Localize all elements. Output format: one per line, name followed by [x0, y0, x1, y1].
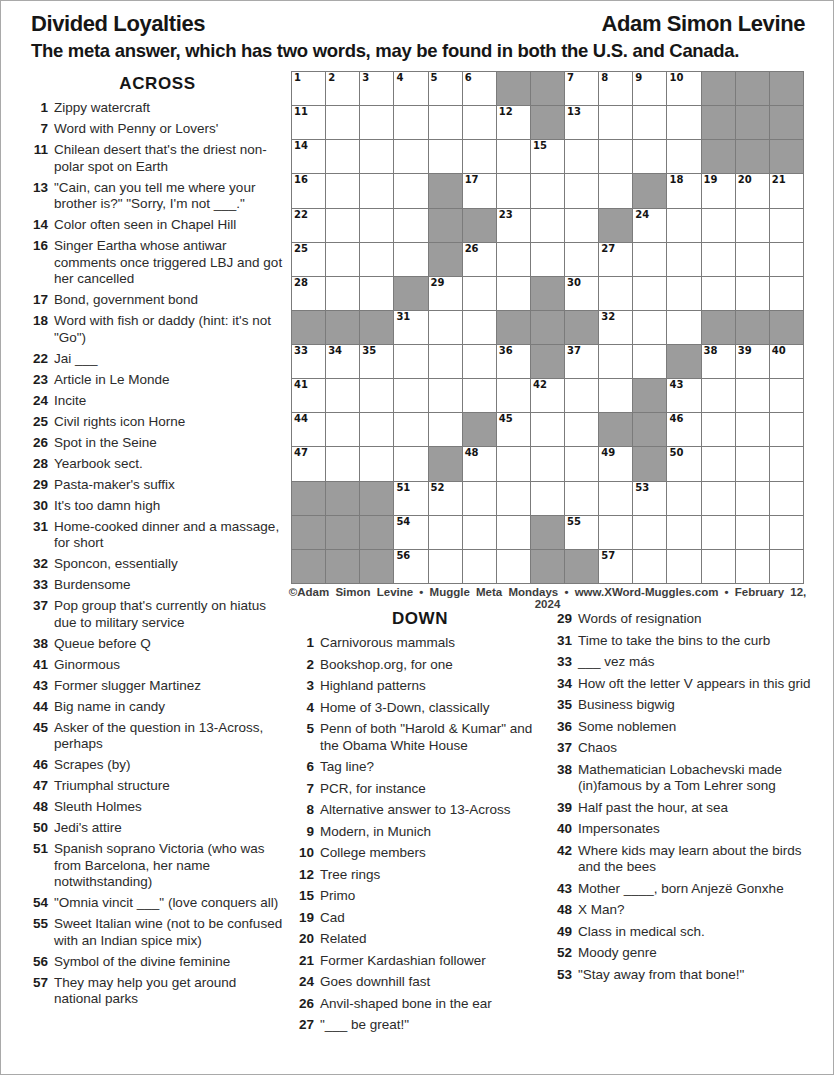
cell-r1c9[interactable]: 7	[565, 72, 598, 105]
cell-r14c14[interactable]	[736, 516, 769, 549]
cell-r4c1[interactable]: 16	[292, 174, 325, 207]
cell-r2c4[interactable]	[394, 106, 427, 139]
cell-r9c1[interactable]: 33	[292, 345, 325, 378]
clue-across-18: 18Word with fish or daddy (hint: it's no…	[29, 313, 286, 346]
across-section: ACROSS 1Zippy watercraft7Word with Penny…	[29, 74, 286, 1012]
cell-r10c8[interactable]: 42	[531, 379, 564, 412]
cell-number: 3	[362, 72, 369, 84]
cell-r6c1[interactable]: 25	[292, 243, 325, 276]
cell-r4c12[interactable]: 18	[667, 174, 700, 207]
clue-down-2: 2Bookshop.org, for one	[295, 657, 545, 674]
cell-r12c12[interactable]: 50	[667, 447, 700, 480]
clue-across-16: 16Singer Eartha whose antiwar comments o…	[29, 238, 286, 288]
cell-number: 2	[328, 72, 335, 84]
cell-r10c6[interactable]	[463, 379, 496, 412]
cell-r11c1[interactable]: 44	[292, 413, 325, 446]
cell-r15c13[interactable]	[702, 550, 735, 583]
clue-text: Scrapes (by)	[54, 757, 286, 774]
cell-r6c14[interactable]	[736, 243, 769, 276]
cell-r7c1[interactable]: 28	[292, 277, 325, 310]
cell-r8c12[interactable]	[667, 311, 700, 344]
clue-number: 46	[29, 757, 48, 774]
cell-r14c15[interactable]	[770, 516, 803, 549]
cell-number: 23	[499, 209, 513, 221]
clue-number: 55	[29, 916, 48, 949]
cell-r9c15[interactable]: 40	[770, 345, 803, 378]
cell-r8c15	[770, 311, 803, 344]
clue-number: 54	[29, 895, 48, 912]
cell-r13c8[interactable]	[531, 482, 564, 515]
cell-r5c11[interactable]: 24	[633, 209, 666, 242]
cell-r11c8[interactable]	[531, 413, 564, 446]
cell-r2c13	[702, 106, 735, 139]
clue-text: Home-cooked dinner and a massage, for sh…	[54, 519, 286, 552]
cell-r13c5[interactable]: 52	[429, 482, 462, 515]
cell-r6c15[interactable]	[770, 243, 803, 276]
puzzle-title: Divided Loyalties	[31, 11, 205, 37]
cell-r14c9[interactable]: 55	[565, 516, 598, 549]
cell-r1c5[interactable]: 5	[429, 72, 462, 105]
cell-r15c7[interactable]	[497, 550, 530, 583]
cell-r3c6[interactable]	[463, 140, 496, 173]
cell-r14c12[interactable]	[667, 516, 700, 549]
cell-r12c7[interactable]	[497, 447, 530, 480]
clue-down-49: 49Class in medical sch.	[553, 924, 827, 941]
clue-text: Half past the hour, at sea	[578, 800, 827, 817]
cell-r14c4[interactable]: 54	[394, 516, 427, 549]
cell-r7c11[interactable]	[633, 277, 666, 310]
clue-down-21: 21Former Kardashian follower	[295, 953, 545, 970]
clue-number: 20	[295, 931, 314, 948]
cell-r10c9[interactable]	[565, 379, 598, 412]
clue-across-24: 24Incite	[29, 393, 286, 410]
down-clue-list-2: 29Words of resignation31Time to take the…	[553, 611, 827, 988]
cell-number: 14	[294, 140, 308, 152]
cell-r2c10[interactable]	[599, 106, 632, 139]
cell-r3c8[interactable]: 15	[531, 140, 564, 173]
cell-r14c6[interactable]	[463, 516, 496, 549]
cell-r4c14[interactable]: 20	[736, 174, 769, 207]
cell-r10c10[interactable]	[599, 379, 632, 412]
cell-r12c11	[633, 447, 666, 480]
copyright-line: ©Adam Simon Levine • Muggle Meta Mondays…	[281, 586, 814, 610]
cell-r8c2	[326, 311, 359, 344]
cell-r10c15[interactable]	[770, 379, 803, 412]
cell-r6c4[interactable]	[394, 243, 427, 276]
cell-r10c5[interactable]	[429, 379, 462, 412]
clue-across-23: 23Article in Le Monde	[29, 372, 286, 389]
clue-text: Time to take the bins to the curb	[578, 633, 827, 650]
clue-across-45: 45Asker of the question in 13-Across, pe…	[29, 720, 286, 753]
cell-r11c3[interactable]	[360, 413, 393, 446]
cell-r11c4[interactable]	[394, 413, 427, 446]
clue-number: 48	[29, 799, 48, 816]
cell-r6c6[interactable]: 26	[463, 243, 496, 276]
cell-r6c10[interactable]: 27	[599, 243, 632, 276]
cell-r13c4[interactable]: 51	[394, 482, 427, 515]
cell-r5c4[interactable]	[394, 209, 427, 242]
clue-text: Pasta-maker's suffix	[54, 477, 286, 494]
cell-r9c7[interactable]: 36	[497, 345, 530, 378]
clue-text: Bookshop.org, for one	[320, 657, 545, 674]
cell-r2c12[interactable]	[667, 106, 700, 139]
cell-r7c9[interactable]: 30	[565, 277, 598, 310]
cell-r3c9[interactable]	[565, 140, 598, 173]
cell-r15c12[interactable]	[667, 550, 700, 583]
clue-text: They may help you get around national pa…	[54, 975, 286, 1008]
cell-r11c9[interactable]	[565, 413, 598, 446]
clue-across-28: 28Yearbook sect.	[29, 456, 286, 473]
cell-r10c13[interactable]	[702, 379, 735, 412]
cell-number: 12	[499, 106, 513, 118]
cell-r1c1[interactable]: 1	[292, 72, 325, 105]
clue-text: Highland patterns	[320, 678, 545, 695]
cell-r2c11[interactable]	[633, 106, 666, 139]
cell-r12c13[interactable]	[702, 447, 735, 480]
cell-r12c3[interactable]	[360, 447, 393, 480]
clue-down-33: 33___ vez más	[553, 654, 827, 671]
cell-r5c14[interactable]	[736, 209, 769, 242]
cell-r12c9[interactable]	[565, 447, 598, 480]
clue-across-31: 31Home-cooked dinner and a massage, for …	[29, 519, 286, 552]
cell-number: 35	[362, 345, 376, 357]
cell-r8c5[interactable]	[429, 311, 462, 344]
clue-text: Mathematician Lobachevski made (in)famou…	[578, 762, 827, 795]
cell-r7c15[interactable]	[770, 277, 803, 310]
cell-r1c11[interactable]: 9	[633, 72, 666, 105]
cell-r13c15[interactable]	[770, 482, 803, 515]
clue-down-35: 35Business bigwig	[553, 697, 827, 714]
clue-text: Chilean desert that's the driest non-pol…	[54, 142, 286, 175]
cell-r5c2[interactable]	[326, 209, 359, 242]
clue-number: 11	[29, 142, 48, 175]
cell-r15c4[interactable]: 56	[394, 550, 427, 583]
clue-number: 14	[29, 217, 48, 234]
clue-across-56: 56Symbol of the divine feminine	[29, 954, 286, 971]
cell-r5c8[interactable]	[531, 209, 564, 242]
clue-across-41: 41Ginormous	[29, 657, 286, 674]
clue-text: Tag line?	[320, 759, 545, 776]
cell-number: 39	[738, 345, 752, 357]
cell-r9c9[interactable]: 37	[565, 345, 598, 378]
clue-text: Class in medical sch.	[578, 924, 827, 941]
clue-down-27: 27"___ be great!"	[295, 1017, 545, 1034]
cell-r5c13[interactable]	[702, 209, 735, 242]
cell-r2c3[interactable]	[360, 106, 393, 139]
cell-r13c9[interactable]	[565, 482, 598, 515]
cell-r8c1	[292, 311, 325, 344]
clue-across-14: 14Color often seen in Chapel Hill	[29, 217, 286, 234]
clue-text: Anvil-shaped bone in the ear	[320, 996, 545, 1013]
clue-across-54: 54"Omnia vincit ___" (love conquers all)	[29, 895, 286, 912]
clue-number: 29	[553, 611, 572, 628]
clue-down-38: 38Mathematician Lobachevski made (in)fam…	[553, 762, 827, 795]
clue-text: Carnivorous mammals	[320, 635, 545, 652]
cell-r4c6[interactable]: 17	[463, 174, 496, 207]
cell-r10c3[interactable]	[360, 379, 393, 412]
clue-down-53: 53"Stay away from that bone!"	[553, 967, 827, 984]
cell-r7c6[interactable]	[463, 277, 496, 310]
cell-r9c14[interactable]: 39	[736, 345, 769, 378]
clue-text: Spanish soprano Victoria (who was from B…	[54, 841, 286, 891]
clue-across-30: 30It's too damn high	[29, 498, 286, 515]
cell-r8c10[interactable]: 32	[599, 311, 632, 344]
cell-r10c11	[633, 379, 666, 412]
cell-r15c14[interactable]	[736, 550, 769, 583]
cell-r4c3[interactable]	[360, 174, 393, 207]
cell-r11c13[interactable]	[702, 413, 735, 446]
cell-number: 21	[772, 174, 786, 186]
cell-r4c2[interactable]	[326, 174, 359, 207]
cell-r5c7[interactable]: 23	[497, 209, 530, 242]
clue-number: 33	[553, 654, 572, 671]
cell-number: 18	[669, 174, 683, 186]
cell-r7c14[interactable]	[736, 277, 769, 310]
cell-r13c14[interactable]	[736, 482, 769, 515]
cell-r13c7[interactable]	[497, 482, 530, 515]
cell-r13c10[interactable]	[599, 482, 632, 515]
cell-r7c3[interactable]	[360, 277, 393, 310]
cell-number: 24	[635, 209, 649, 221]
cell-r13c11[interactable]: 53	[633, 482, 666, 515]
clue-across-11: 11Chilean desert that's the driest non-p…	[29, 142, 286, 175]
clue-across-55: 55Sweet Italian wine (not to be confused…	[29, 916, 286, 949]
clue-down-39: 39Half past the hour, at sea	[553, 800, 827, 817]
cell-r2c1[interactable]: 11	[292, 106, 325, 139]
cell-r10c7[interactable]	[497, 379, 530, 412]
cell-r2c6[interactable]	[463, 106, 496, 139]
cell-r10c4[interactable]	[394, 379, 427, 412]
cell-r2c15	[770, 106, 803, 139]
cell-r12c1[interactable]: 47	[292, 447, 325, 480]
clue-down-36: 36Some noblemen	[553, 719, 827, 736]
cell-r10c2[interactable]	[326, 379, 359, 412]
cell-r5c5	[429, 209, 462, 242]
cell-r5c12[interactable]	[667, 209, 700, 242]
clue-text: Former Kardashian follower	[320, 953, 545, 970]
cell-r6c3[interactable]	[360, 243, 393, 276]
cell-r12c15[interactable]	[770, 447, 803, 480]
clue-number: 8	[295, 802, 314, 819]
cell-r9c12	[667, 345, 700, 378]
clue-across-13: 13"Cain, can you tell me where your brot…	[29, 180, 286, 213]
cell-r12c10[interactable]: 49	[599, 447, 632, 480]
clue-down-48: 48X Man?	[553, 902, 827, 919]
cell-r4c9[interactable]	[565, 174, 598, 207]
cell-r11c2[interactable]	[326, 413, 359, 446]
cell-r9c2[interactable]: 34	[326, 345, 359, 378]
cell-number: 53	[635, 482, 649, 494]
cell-r9c11[interactable]	[633, 345, 666, 378]
cell-r9c5[interactable]	[429, 345, 462, 378]
clue-text: "Stay away from that bone!"	[578, 967, 827, 984]
clue-number: 44	[29, 699, 48, 716]
clue-text: Word with fish or daddy (hint: it's not …	[54, 313, 286, 346]
cell-r9c10[interactable]	[599, 345, 632, 378]
cell-r9c6[interactable]	[463, 345, 496, 378]
cell-r6c7[interactable]	[497, 243, 530, 276]
clue-number: 31	[29, 519, 48, 552]
cell-r7c2[interactable]	[326, 277, 359, 310]
cell-r6c12[interactable]	[667, 243, 700, 276]
cell-r15c15[interactable]	[770, 550, 803, 583]
cell-r6c13[interactable]	[702, 243, 735, 276]
cell-r1c2[interactable]: 2	[326, 72, 359, 105]
cell-r5c3[interactable]	[360, 209, 393, 242]
cell-r4c8[interactable]	[531, 174, 564, 207]
cell-number: 15	[533, 140, 547, 152]
cell-r6c8[interactable]	[531, 243, 564, 276]
clue-text: College members	[320, 845, 545, 862]
clue-text: Home of 3-Down, classically	[320, 700, 545, 717]
clue-text: X Man?	[578, 902, 827, 919]
cell-r2c9[interactable]: 13	[565, 106, 598, 139]
cell-r9c13[interactable]: 38	[702, 345, 735, 378]
clue-number: 43	[29, 678, 48, 695]
cell-r8c6[interactable]	[463, 311, 496, 344]
clue-text: Chaos	[578, 740, 827, 757]
cell-r3c7[interactable]	[497, 140, 530, 173]
cell-r7c5[interactable]: 29	[429, 277, 462, 310]
clue-down-6: 6Tag line?	[295, 759, 545, 776]
clue-text: Alternative answer to 13-Across	[320, 802, 545, 819]
cell-r6c5	[429, 243, 462, 276]
cell-r14c5[interactable]	[429, 516, 462, 549]
cell-r9c4[interactable]	[394, 345, 427, 378]
clue-number: 19	[295, 910, 314, 927]
clue-number: 13	[29, 180, 48, 213]
clue-across-37: 37Pop group that's currently on hiatus d…	[29, 598, 286, 631]
cell-number: 49	[601, 447, 615, 459]
cell-r6c11[interactable]	[633, 243, 666, 276]
cell-r7c13[interactable]	[702, 277, 735, 310]
cell-r7c12[interactable]	[667, 277, 700, 310]
cell-r3c3[interactable]	[360, 140, 393, 173]
cell-r2c5[interactable]	[429, 106, 462, 139]
clue-down-42: 42Where kids may learn about the birds a…	[553, 843, 827, 876]
cell-r2c7[interactable]: 12	[497, 106, 530, 139]
cell-r12c14[interactable]	[736, 447, 769, 480]
cell-r3c10[interactable]	[599, 140, 632, 173]
cell-r8c4[interactable]: 31	[394, 311, 427, 344]
cell-r3c11[interactable]	[633, 140, 666, 173]
cell-r1c12[interactable]: 10	[667, 72, 700, 105]
cell-r6c9[interactable]	[565, 243, 598, 276]
cell-r3c2[interactable]	[326, 140, 359, 173]
cell-r8c11[interactable]	[633, 311, 666, 344]
clue-number: 1	[295, 635, 314, 652]
cell-r15c5[interactable]	[429, 550, 462, 583]
cell-r5c9[interactable]	[565, 209, 598, 242]
clue-across-33: 33Burdensome	[29, 577, 286, 594]
cell-r3c5[interactable]	[429, 140, 462, 173]
cell-r13c6[interactable]	[463, 482, 496, 515]
clue-text: Former slugger Martinez	[54, 678, 286, 695]
cell-r7c10[interactable]	[599, 277, 632, 310]
cell-r13c12[interactable]	[667, 482, 700, 515]
cell-r12c4[interactable]	[394, 447, 427, 480]
cell-number: 43	[669, 379, 683, 391]
cell-r13c13[interactable]	[702, 482, 735, 515]
cell-r4c13[interactable]: 19	[702, 174, 735, 207]
cell-r10c14[interactable]	[736, 379, 769, 412]
cell-number: 41	[294, 379, 308, 391]
cell-r7c7[interactable]	[497, 277, 530, 310]
cell-r4c7[interactable]	[497, 174, 530, 207]
cell-r1c6[interactable]: 6	[463, 72, 496, 105]
clue-text: Queue before Q	[54, 636, 286, 653]
cell-r5c1[interactable]: 22	[292, 209, 325, 242]
clue-number: 21	[295, 953, 314, 970]
cell-r4c15[interactable]: 21	[770, 174, 803, 207]
cell-r15c11[interactable]	[633, 550, 666, 583]
cell-r11c5[interactable]	[429, 413, 462, 446]
cell-r14c11[interactable]	[633, 516, 666, 549]
cell-r12c8[interactable]	[531, 447, 564, 480]
cell-r5c15[interactable]	[770, 209, 803, 242]
cell-r11c7[interactable]: 45	[497, 413, 530, 446]
cell-r11c14[interactable]	[736, 413, 769, 446]
cell-r1c13	[702, 72, 735, 105]
meta-hint: The meta answer, which has two words, ma…	[31, 40, 739, 62]
cell-r4c10[interactable]	[599, 174, 632, 207]
cell-r15c2	[326, 550, 359, 583]
clue-down-37: 37Chaos	[553, 740, 827, 757]
clue-down-8: 8Alternative answer to 13-Across	[295, 802, 545, 819]
cell-number: 50	[669, 447, 683, 459]
cell-r10c12[interactable]: 43	[667, 379, 700, 412]
cell-r9c3[interactable]: 35	[360, 345, 393, 378]
cell-r11c15[interactable]	[770, 413, 803, 446]
cell-number: 56	[396, 550, 410, 562]
cell-r1c4[interactable]: 4	[394, 72, 427, 105]
cell-r7c4	[394, 277, 427, 310]
crossword-grid: 1234567891011121314151617181920212223242…	[291, 71, 804, 584]
clue-number: 48	[553, 902, 572, 919]
cell-r3c12[interactable]	[667, 140, 700, 173]
clue-number: 38	[553, 762, 572, 795]
clue-number: 12	[295, 867, 314, 884]
cell-r12c2[interactable]	[326, 447, 359, 480]
clue-number: 45	[29, 720, 48, 753]
cell-r14c7[interactable]	[497, 516, 530, 549]
cell-r4c11	[633, 174, 666, 207]
cell-r12c6[interactable]: 48	[463, 447, 496, 480]
clue-text: PCR, for instance	[320, 781, 545, 798]
clue-down-40: 40Impersonates	[553, 821, 827, 838]
cell-r15c6[interactable]	[463, 550, 496, 583]
cell-r10c1[interactable]: 41	[292, 379, 325, 412]
cell-r6c2[interactable]	[326, 243, 359, 276]
cell-r3c1[interactable]: 14	[292, 140, 325, 173]
cell-r1c10[interactable]: 8	[599, 72, 632, 105]
cell-r4c4[interactable]	[394, 174, 427, 207]
cell-number: 40	[772, 345, 786, 357]
clue-down-26: 26Anvil-shaped bone in the ear	[295, 996, 545, 1013]
cell-number: 55	[567, 516, 581, 528]
cell-number: 33	[294, 345, 308, 357]
clue-text: Modern, in Munich	[320, 824, 545, 841]
cell-r1c3[interactable]: 3	[360, 72, 393, 105]
cell-r14c13[interactable]	[702, 516, 735, 549]
cell-r2c2[interactable]	[326, 106, 359, 139]
clue-down-12: 12Tree rings	[295, 867, 545, 884]
clue-number: 40	[553, 821, 572, 838]
cell-r14c10[interactable]	[599, 516, 632, 549]
cell-r11c12[interactable]: 46	[667, 413, 700, 446]
cell-r15c10[interactable]: 57	[599, 550, 632, 583]
cell-r3c4[interactable]	[394, 140, 427, 173]
